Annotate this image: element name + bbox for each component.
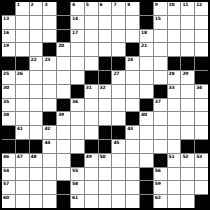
clue-number: 35: [3, 99, 9, 104]
black-cell: [140, 168, 153, 181]
grid-cell[interactable]: [168, 30, 181, 43]
grid-cell[interactable]: 36: [71, 99, 84, 112]
black-cell: [2, 140, 15, 153]
grid-cell[interactable]: 54: [2, 168, 15, 181]
black-cell: [126, 112, 139, 125]
clue-number: 22: [31, 57, 37, 62]
grid-cell[interactable]: [140, 154, 153, 167]
grid-cell[interactable]: [43, 195, 56, 208]
grid-cell[interactable]: 18: [140, 30, 153, 43]
clue-number: 12: [196, 2, 202, 7]
clue-number: 37: [155, 99, 161, 104]
black-cell: [57, 181, 70, 194]
black-cell: [181, 140, 194, 153]
grid-cell[interactable]: [57, 140, 70, 153]
black-cell: [195, 140, 208, 153]
grid-cell[interactable]: [99, 168, 112, 181]
grid-cell[interactable]: [30, 181, 43, 194]
clue-number: 59: [155, 181, 161, 186]
grid-cell[interactable]: [168, 195, 181, 208]
grid-cell[interactable]: [181, 16, 194, 29]
grid-cell[interactable]: [71, 126, 84, 139]
grid-cell[interactable]: 8: [126, 2, 139, 15]
grid-cell[interactable]: [126, 30, 139, 43]
grid-cell[interactable]: [16, 43, 29, 56]
grid-cell[interactable]: [154, 71, 167, 84]
grid-cell[interactable]: 29: [181, 71, 194, 84]
black-cell: [43, 43, 56, 56]
grid-cell[interactable]: [112, 16, 125, 29]
clue-number: 46: [3, 154, 9, 159]
clue-number: 50: [100, 154, 106, 159]
grid-cell[interactable]: [181, 43, 194, 56]
grid-cell[interactable]: [57, 168, 70, 181]
grid-cell[interactable]: 4: [71, 2, 84, 15]
black-cell: [2, 57, 15, 70]
grid-cell[interactable]: [43, 16, 56, 29]
clue-number: 10: [169, 2, 175, 7]
grid-cell[interactable]: [85, 112, 98, 125]
grid-cell[interactable]: [126, 16, 139, 29]
clue-number: 36: [72, 99, 78, 104]
grid-cell[interactable]: [43, 30, 56, 43]
black-cell: [181, 57, 194, 70]
black-cell: [57, 2, 70, 15]
grid-cell[interactable]: [154, 112, 167, 125]
black-cell: [140, 99, 153, 112]
grid-cell[interactable]: [99, 99, 112, 112]
grid-cell[interactable]: [71, 112, 84, 125]
clue-number: 55: [72, 168, 78, 173]
clue-number: 4: [72, 2, 75, 7]
grid-cell[interactable]: [85, 99, 98, 112]
clue-number: 42: [44, 126, 50, 131]
grid-cell[interactable]: 59: [154, 181, 167, 194]
grid-cell[interactable]: 10: [168, 2, 181, 15]
grid-cell[interactable]: 17: [71, 30, 84, 43]
black-cell: [99, 126, 112, 139]
clue-number: 54: [3, 168, 9, 173]
grid-cell[interactable]: 34: [195, 85, 208, 98]
grid-cell[interactable]: [168, 140, 181, 153]
grid-cell[interactable]: [126, 168, 139, 181]
grid-cell[interactable]: 19: [2, 43, 15, 56]
grid-cell[interactable]: 47: [16, 154, 29, 167]
grid-cell[interactable]: 55: [71, 168, 84, 181]
black-cell: [99, 57, 112, 70]
grid-cell[interactable]: [168, 112, 181, 125]
grid-cell[interactable]: [99, 181, 112, 194]
grid-cell[interactable]: [181, 99, 194, 112]
grid-cell[interactable]: 6: [99, 2, 112, 15]
grid-cell[interactable]: [85, 168, 98, 181]
black-cell: [71, 154, 84, 167]
grid-cell[interactable]: [126, 99, 139, 112]
clue-number: 58: [72, 181, 78, 186]
grid-cell[interactable]: [71, 71, 84, 84]
crossword-board: 1234567891011121314151617181920212223242…: [0, 0, 210, 210]
black-cell: [195, 195, 208, 208]
grid-cell[interactable]: [195, 181, 208, 194]
clue-number: 38: [3, 112, 9, 117]
grid-cell[interactable]: [112, 195, 125, 208]
grid-cell[interactable]: [168, 16, 181, 29]
grid-cell[interactable]: [57, 126, 70, 139]
grid-cell[interactable]: [16, 181, 29, 194]
grid-cell[interactable]: [16, 16, 29, 29]
grid-cell[interactable]: [57, 85, 70, 98]
black-cell: [112, 57, 125, 70]
black-cell: [140, 195, 153, 208]
grid-cell[interactable]: [112, 168, 125, 181]
grid-cell[interactable]: 57: [2, 181, 15, 194]
grid-cell[interactable]: [140, 126, 153, 139]
black-cell: [85, 140, 98, 153]
clue-number: 57: [3, 181, 9, 186]
clue-number: 2: [31, 2, 34, 7]
grid-cell[interactable]: 32: [99, 85, 112, 98]
grid-cell[interactable]: 61: [71, 195, 84, 208]
clue-number: 39: [58, 112, 64, 117]
grid-cell[interactable]: [99, 16, 112, 29]
clue-number: 9: [155, 2, 158, 7]
black-cell: [30, 140, 43, 153]
grid-cell[interactable]: [16, 99, 29, 112]
clue-number: 32: [100, 85, 106, 90]
grid-cell[interactable]: [195, 168, 208, 181]
grid-cell[interactable]: 37: [154, 99, 167, 112]
grid-cell[interactable]: 35: [2, 99, 15, 112]
clue-number: 24: [127, 57, 133, 62]
clue-number: 8: [127, 2, 130, 7]
clue-number: 62: [155, 195, 161, 200]
black-cell: [16, 140, 29, 153]
clue-number: 51: [169, 154, 175, 159]
grid-cell[interactable]: [126, 195, 139, 208]
grid-cell[interactable]: 48: [30, 154, 43, 167]
clue-number: 60: [3, 195, 9, 200]
grid-cell[interactable]: [99, 195, 112, 208]
grid-cell[interactable]: [30, 168, 43, 181]
grid-cell[interactable]: [99, 43, 112, 56]
grid-cell[interactable]: [195, 30, 208, 43]
black-cell: [195, 57, 208, 70]
black-cell: [140, 2, 153, 15]
grid-cell[interactable]: [168, 126, 181, 139]
grid-cell[interactable]: 12: [195, 2, 208, 15]
grid-cell[interactable]: [168, 99, 181, 112]
grid-cell[interactable]: [112, 99, 125, 112]
black-cell: [195, 71, 208, 84]
black-cell: [71, 85, 84, 98]
clue-number: 23: [44, 57, 50, 62]
grid-cell[interactable]: [30, 126, 43, 139]
grid-cell[interactable]: [112, 181, 125, 194]
grid-cell[interactable]: [168, 168, 181, 181]
grid-cell[interactable]: [181, 126, 194, 139]
black-cell: [85, 71, 98, 84]
grid-cell[interactable]: [140, 57, 153, 70]
grid-cell[interactable]: 39: [57, 112, 70, 125]
grid-cell[interactable]: [30, 195, 43, 208]
grid-cell[interactable]: 31: [85, 85, 98, 98]
grid-cell[interactable]: [112, 43, 125, 56]
grid-cell[interactable]: [43, 99, 56, 112]
grid-cell[interactable]: [85, 181, 98, 194]
grid-cell[interactable]: 30: [2, 85, 15, 98]
grid-cell[interactable]: 21: [140, 43, 153, 56]
grid-cell[interactable]: [126, 140, 139, 153]
grid-cell[interactable]: 62: [154, 195, 167, 208]
grid-cell[interactable]: [126, 71, 139, 84]
grid-cell[interactable]: [112, 85, 125, 98]
clue-number: 34: [196, 85, 202, 90]
black-cell: [126, 43, 139, 56]
grid-cell[interactable]: 43: [126, 126, 139, 139]
black-cell: [99, 140, 112, 153]
grid-cell[interactable]: 26: [16, 71, 29, 84]
grid-cell[interactable]: 53: [195, 154, 208, 167]
black-cell: [2, 2, 15, 15]
clue-number: 3: [44, 2, 47, 7]
grid-cell[interactable]: 49: [85, 154, 98, 167]
black-cell: [16, 57, 29, 70]
grid-cell[interactable]: [43, 85, 56, 98]
grid-cell[interactable]: 5: [85, 2, 98, 15]
grid-cell[interactable]: 3: [43, 2, 56, 15]
clue-number: 1: [17, 2, 20, 7]
grid-cell[interactable]: 27: [112, 71, 125, 84]
black-cell: [154, 85, 167, 98]
black-cell: [57, 16, 70, 29]
grid-cell[interactable]: [16, 85, 29, 98]
grid-cell[interactable]: [195, 112, 208, 125]
grid-cell[interactable]: 25: [2, 71, 15, 84]
grid-cell[interactable]: [30, 112, 43, 125]
clue-number: 40: [141, 112, 147, 117]
grid-cell[interactable]: [154, 126, 167, 139]
clue-number: 48: [31, 154, 37, 159]
clue-number: 49: [86, 154, 92, 159]
grid-cell[interactable]: 58: [71, 181, 84, 194]
clue-number: 17: [72, 30, 78, 35]
clue-number: 44: [44, 140, 50, 145]
grid-cell[interactable]: [85, 126, 98, 139]
grid-cell[interactable]: 28: [168, 71, 181, 84]
grid-cell[interactable]: [30, 85, 43, 98]
grid-cell[interactable]: 14: [71, 16, 84, 29]
grid-cell[interactable]: [126, 181, 139, 194]
clue-number: 31: [86, 85, 92, 90]
grid-cell[interactable]: [99, 30, 112, 43]
clue-number: 43: [127, 126, 133, 131]
grid-cell[interactable]: [71, 140, 84, 153]
black-cell: [43, 112, 56, 125]
clue-number: 45: [113, 140, 119, 145]
grid-cell[interactable]: [195, 126, 208, 139]
clue-number: 11: [182, 2, 188, 7]
grid-cell[interactable]: [168, 181, 181, 194]
clue-number: 47: [17, 154, 23, 159]
clue-number: 27: [113, 71, 119, 76]
grid-cell[interactable]: 42: [43, 126, 56, 139]
grid-cell[interactable]: [112, 112, 125, 125]
grid-cell[interactable]: 33: [168, 85, 181, 98]
grid-cell[interactable]: [85, 57, 98, 70]
grid-cell[interactable]: [181, 112, 194, 125]
grid-cell[interactable]: [126, 85, 139, 98]
grid-cell[interactable]: 9: [154, 2, 167, 15]
clue-number: 21: [141, 43, 147, 48]
grid-cell[interactable]: [30, 99, 43, 112]
grid-cell[interactable]: 1: [16, 2, 29, 15]
clue-number: 19: [3, 43, 9, 48]
grid-cell[interactable]: [181, 85, 194, 98]
grid-cell[interactable]: 51: [168, 154, 181, 167]
grid-cell[interactable]: 20: [57, 43, 70, 56]
grid-cell[interactable]: 15: [154, 16, 167, 29]
clue-number: 28: [169, 71, 175, 76]
grid-cell[interactable]: [99, 112, 112, 125]
grid-cell[interactable]: [181, 181, 194, 194]
black-cell: [112, 126, 125, 139]
grid-cell[interactable]: [16, 30, 29, 43]
grid-cell[interactable]: [154, 30, 167, 43]
grid-cell[interactable]: 13: [2, 16, 15, 29]
grid-cell[interactable]: [112, 154, 125, 167]
grid-cell[interactable]: [57, 57, 70, 70]
clue-number: 6: [100, 2, 103, 7]
clue-number: 56: [155, 168, 161, 173]
clue-number: 41: [17, 126, 23, 131]
grid-cell[interactable]: [43, 181, 56, 194]
clue-number: 18: [141, 30, 147, 35]
grid-cell[interactable]: 11: [181, 2, 194, 15]
grid-cell[interactable]: [140, 140, 153, 153]
grid-cell[interactable]: [16, 195, 29, 208]
black-cell: [140, 181, 153, 194]
black-cell: [140, 16, 153, 29]
grid-cell[interactable]: [140, 85, 153, 98]
black-cell: [168, 57, 181, 70]
grid-cell[interactable]: [30, 43, 43, 56]
black-cell: [99, 71, 112, 84]
grid-cell[interactable]: 50: [99, 154, 112, 167]
clue-number: 20: [58, 43, 64, 48]
grid-cell[interactable]: 45: [112, 140, 125, 153]
grid-cell[interactable]: 24: [126, 57, 139, 70]
grid-cell[interactable]: [57, 71, 70, 84]
black-cell: [2, 126, 15, 139]
clue-number: 13: [3, 16, 9, 21]
grid-cell[interactable]: 40: [140, 112, 153, 125]
grid-cell[interactable]: 52: [181, 154, 194, 167]
grid-cell[interactable]: 41: [16, 126, 29, 139]
grid-cell[interactable]: [57, 154, 70, 167]
grid-cell[interactable]: [30, 71, 43, 84]
clue-number: 7: [113, 2, 116, 7]
grid-cell[interactable]: 16: [2, 30, 15, 43]
clue-number: 16: [3, 30, 9, 35]
clue-number: 33: [169, 85, 175, 90]
grid-cell[interactable]: [16, 112, 29, 125]
grid-cell[interactable]: [195, 43, 208, 56]
grid-cell[interactable]: [30, 16, 43, 29]
grid-cell[interactable]: [112, 30, 125, 43]
grid-cell[interactable]: [85, 43, 98, 56]
grid-cell[interactable]: 2: [30, 2, 43, 15]
clue-number: 15: [155, 16, 161, 21]
grid-cell[interactable]: 23: [43, 57, 56, 70]
grid-cell[interactable]: [181, 30, 194, 43]
grid-cell[interactable]: [181, 168, 194, 181]
grid-cell[interactable]: 56: [154, 168, 167, 181]
grid-cell[interactable]: [85, 30, 98, 43]
grid-cell[interactable]: [195, 99, 208, 112]
grid-cell[interactable]: [16, 168, 29, 181]
clue-number: 26: [17, 71, 23, 76]
clue-number: 5: [86, 2, 89, 7]
grid-cell[interactable]: [195, 16, 208, 29]
grid-cell[interactable]: [140, 71, 153, 84]
black-cell: [154, 154, 167, 167]
grid-cell[interactable]: [43, 71, 56, 84]
clue-number: 25: [3, 71, 9, 76]
grid-cell[interactable]: [85, 16, 98, 29]
grid-cell[interactable]: 60: [2, 195, 15, 208]
black-cell: [57, 99, 70, 112]
grid-cell[interactable]: 22: [30, 57, 43, 70]
grid-cell[interactable]: [71, 57, 84, 70]
grid-cell[interactable]: 38: [2, 112, 15, 125]
clue-number: 14: [72, 16, 78, 21]
clue-number: 61: [72, 195, 78, 200]
grid-cell[interactable]: [71, 43, 84, 56]
grid-cell[interactable]: [154, 43, 167, 56]
grid-cell[interactable]: [168, 43, 181, 56]
grid-cell[interactable]: [30, 30, 43, 43]
grid-cell[interactable]: [154, 140, 167, 153]
clue-number: 29: [182, 71, 188, 76]
grid-cell[interactable]: 7: [112, 2, 125, 15]
grid-cell[interactable]: 44: [43, 140, 56, 153]
grid-cell[interactable]: [181, 195, 194, 208]
grid-cell[interactable]: 46: [2, 154, 15, 167]
clue-number: 30: [3, 85, 9, 90]
clue-number: 53: [196, 154, 202, 159]
black-cell: [57, 30, 70, 43]
grid-cell[interactable]: [154, 57, 167, 70]
grid-cell[interactable]: [85, 195, 98, 208]
black-cell: [57, 195, 70, 208]
grid-cell[interactable]: [126, 154, 139, 167]
clue-number: 52: [182, 154, 188, 159]
grid-cell[interactable]: [43, 154, 56, 167]
grid-cell[interactable]: [43, 168, 56, 181]
